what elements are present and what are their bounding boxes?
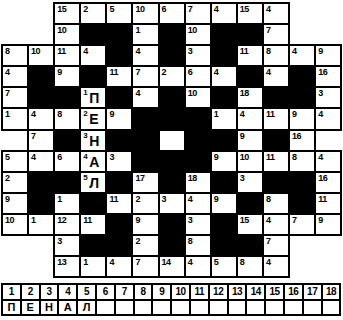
clue-number: 9	[214, 152, 219, 163]
strip-letter-cell-11[interactable]	[190, 300, 209, 316]
clue-number: 18	[240, 88, 249, 99]
outside-area	[289, 3, 315, 24]
clue-number: 17	[135, 173, 144, 184]
numbered-cell-4-r7c1[interactable]: 4	[28, 151, 54, 172]
numbered-cell-8-r11c7[interactable]: 8	[185, 235, 211, 256]
clue-number: 11	[266, 109, 275, 120]
black-block-r1c9	[237, 24, 263, 45]
clue-number: 14	[162, 257, 171, 268]
black-block-r7c6	[159, 151, 185, 172]
clue-number: 3	[83, 131, 87, 140]
numbered-cell-10-r2c1[interactable]: 10	[28, 45, 54, 66]
black-block-r2c4	[106, 45, 132, 66]
numbered-cell-8-r2c0[interactable]: 8	[2, 45, 28, 66]
numbered-cell-11-r10c3[interactable]: 11	[80, 214, 106, 235]
clue-number: 6	[57, 152, 62, 163]
numbered-cell-16-r6c11[interactable]: 16	[289, 130, 315, 151]
black-block-r2c8	[211, 45, 237, 66]
numbered-cell-4-r5c9[interactable]: 4	[237, 108, 263, 129]
numbered-cell-15-r0c9[interactable]: 15	[237, 3, 263, 24]
clue-number: 5	[83, 173, 87, 182]
black-block-r5c7	[185, 108, 211, 129]
numbered-cell-9-r2c12[interactable]: 9	[315, 45, 341, 66]
black-block-r8c1	[28, 172, 54, 193]
strip-number-18: 18	[322, 284, 341, 300]
clue-number: 15	[240, 4, 249, 15]
black-block-r7c5	[132, 151, 158, 172]
black-block-r6c7	[185, 130, 211, 151]
strip-letter-cell-2[interactable]: Е	[21, 300, 40, 316]
numbered-cell-2-r3c6[interactable]: 2	[159, 66, 185, 87]
outside-area	[28, 256, 54, 277]
numbered-cell-4-r5c1[interactable]: 4	[28, 108, 54, 129]
strip-number-5: 5	[77, 284, 96, 300]
numbered-cell-16-r3c12[interactable]: 16	[315, 66, 341, 87]
numbered-cell-8-r2c10[interactable]: 8	[263, 45, 289, 66]
keyword-key-strip: 123456789101112131415161718ПЕНАЛ	[2, 284, 340, 315]
outside-area	[289, 235, 315, 256]
black-block-r6c2	[54, 130, 80, 151]
numbered-cell-3-r11c2[interactable]: 3	[54, 235, 80, 256]
clue-number: 4	[266, 215, 271, 226]
clue-number: 1	[214, 109, 219, 120]
clue-number: 11	[109, 194, 118, 205]
black-block-r5c6	[159, 108, 185, 129]
numbered-cell-4-r2c11[interactable]: 4	[289, 45, 315, 66]
outside-area	[28, 24, 54, 45]
clue-number: 8	[266, 194, 271, 205]
clue-number: 11	[57, 46, 66, 57]
clue-number: 10	[188, 88, 197, 99]
black-block-r8c10	[263, 172, 289, 193]
clue-number: 1	[31, 215, 36, 226]
numbered-cell-3-r4c12[interactable]: 3	[315, 87, 341, 108]
outside-area	[289, 24, 315, 45]
black-block-r9c1	[28, 193, 54, 214]
outside-area	[289, 256, 315, 277]
clue-number: 4	[318, 109, 323, 120]
numbered-cell-3-r10c7[interactable]: 3	[185, 214, 211, 235]
strip-number-15: 15	[265, 284, 284, 300]
clue-number: 5	[5, 152, 10, 163]
numbered-cell-4-r12c7[interactable]: 4	[185, 256, 211, 277]
numbered-cell-4-r2c5[interactable]: 4	[132, 45, 158, 66]
black-block-r1c4	[106, 24, 132, 45]
letter-cell-П-r4c3[interactable]: 1П	[80, 87, 106, 108]
clue-number: 4	[318, 152, 323, 163]
clue-number: 3	[240, 173, 245, 184]
black-block-r8c2	[54, 172, 80, 193]
black-block-r11c8	[211, 235, 237, 256]
clue-number: 5	[109, 4, 114, 15]
cell-letter: П	[89, 91, 99, 106]
clue-number: 2	[83, 4, 88, 15]
strip-letter-cell-1[interactable]: П	[2, 300, 21, 316]
black-block-r11c3	[80, 235, 106, 256]
clue-number: 7	[188, 4, 193, 15]
black-block-r3c9	[237, 66, 263, 87]
clue-number: 18	[188, 173, 197, 184]
clue-number: 10	[135, 4, 144, 15]
strip-number-3: 3	[40, 284, 59, 300]
clue-number: 4	[266, 4, 271, 15]
numbered-cell-7-r10c11[interactable]: 7	[289, 214, 315, 235]
cell-letter: А	[89, 155, 99, 170]
numbered-cell-9-r10c12[interactable]: 9	[315, 214, 341, 235]
black-block-r1c8	[211, 24, 237, 45]
clue-number: 8	[57, 109, 62, 120]
numbered-cell-4-r0c10[interactable]: 4	[263, 3, 289, 24]
clue-number: 11	[83, 215, 92, 226]
numbered-cell-4-r4c5[interactable]: 4	[132, 87, 158, 108]
numbered-cell-1-r5c8[interactable]: 1	[211, 108, 237, 129]
strip-number-12: 12	[209, 284, 228, 300]
numbered-cell-11-r5c10[interactable]: 11	[263, 108, 289, 129]
clue-number: 16	[318, 173, 327, 184]
clue-number: 7	[31, 131, 36, 142]
numbered-cell-6-r0c6[interactable]: 6	[159, 3, 185, 24]
clue-number: 2	[162, 67, 167, 78]
numbered-cell-9-r5c11[interactable]: 9	[289, 108, 315, 129]
numbered-cell-10-r1c2[interactable]: 10	[54, 24, 80, 45]
clue-number: 15	[57, 4, 66, 15]
numbered-cell-4-r5c12[interactable]: 4	[315, 108, 341, 129]
black-block-r10c8	[211, 214, 237, 235]
clue-number: 7	[266, 236, 271, 247]
clue-number: 13	[57, 257, 66, 268]
numbered-cell-6-r7c2[interactable]: 6	[54, 151, 80, 172]
clue-number: 8	[188, 236, 193, 247]
clue-number: 6	[162, 4, 167, 15]
cell-letter: Н	[89, 134, 99, 149]
clue-number: 6	[188, 67, 193, 78]
numbered-cell-15-r10c9[interactable]: 15	[237, 214, 263, 235]
black-block-r9c3	[80, 193, 106, 214]
cell-letter: Л	[89, 176, 99, 191]
strip-number-9: 9	[152, 284, 171, 300]
numbered-cell-10-r7c9[interactable]: 10	[237, 151, 263, 172]
strip-letter-cell-12[interactable]	[209, 300, 228, 316]
strip-number-8: 8	[134, 284, 153, 300]
strip-number-10: 10	[171, 284, 190, 300]
numbered-cell-11-r2c9[interactable]: 11	[237, 45, 263, 66]
numbered-cell-2-r11c5[interactable]: 2	[132, 235, 158, 256]
numbered-cell-2-r9c5[interactable]: 2	[132, 193, 158, 214]
strip-number-16: 16	[284, 284, 303, 300]
outside-area	[315, 3, 341, 24]
clue-number: 7	[135, 257, 140, 268]
numbered-cell-11-r9c12[interactable]: 11	[315, 193, 341, 214]
numbered-cell-12-r10c2[interactable]: 12	[54, 214, 80, 235]
clue-number: 4	[31, 109, 36, 120]
outside-area	[28, 3, 54, 24]
black-block-r4c10	[263, 87, 289, 108]
numbered-cell-7-r0c7[interactable]: 7	[185, 3, 211, 24]
clue-number: 11	[240, 46, 249, 57]
numbered-cell-11-r9c4[interactable]: 11	[106, 193, 132, 214]
black-block-r1c3	[80, 24, 106, 45]
clue-number: 2	[135, 194, 140, 205]
clue-number: 4	[188, 257, 193, 268]
numbered-cell-9-r7c8[interactable]: 9	[211, 151, 237, 172]
numbered-cell-7-r11c10[interactable]: 7	[263, 235, 289, 256]
outside-area	[2, 256, 28, 277]
clue-number: 3	[188, 215, 193, 226]
black-block-r1c6	[159, 24, 185, 45]
numbered-cell-3-r7c4[interactable]: 3	[106, 151, 132, 172]
numbered-cell-1-r5c0[interactable]: 1	[2, 108, 28, 129]
clue-number: 1	[135, 25, 140, 36]
black-block-r6c4	[106, 130, 132, 151]
clue-number: 9	[5, 194, 10, 205]
clue-number: 8	[5, 46, 10, 57]
outside-area	[315, 24, 341, 45]
black-block-r3c1	[28, 66, 54, 87]
clue-number: 4	[240, 109, 245, 120]
letter-cell-А-r7c3[interactable]: 4А	[80, 151, 106, 172]
clue-number: 4	[31, 152, 36, 163]
numbered-cell-15-r0c2[interactable]: 15	[54, 3, 80, 24]
numbered-cell-4-r3c10[interactable]: 4	[263, 66, 289, 87]
strip-number-7: 7	[115, 284, 134, 300]
black-block-r10c4	[106, 214, 132, 235]
black-block-r4c1	[28, 87, 54, 108]
clue-number: 4	[109, 257, 114, 268]
strip-letter-cell-4[interactable]: А	[58, 300, 77, 316]
strip-letter-cell-10[interactable]	[171, 300, 190, 316]
clue-number: 7	[266, 25, 271, 36]
black-block-r6c8	[211, 130, 237, 151]
black-block-r4c4	[106, 87, 132, 108]
clue-number: 1	[57, 194, 62, 205]
black-block-r7c7	[185, 151, 211, 172]
clue-number: 4	[214, 67, 219, 78]
clue-number: 10	[5, 215, 14, 226]
numbered-cell-16-r8c12[interactable]: 16	[315, 172, 341, 193]
numbered-cell-1-r10c1[interactable]: 1	[28, 214, 54, 235]
numbered-cell-5-r7c0[interactable]: 5	[2, 151, 28, 172]
clue-number: 2	[5, 173, 10, 184]
strip-number-6: 6	[96, 284, 115, 300]
clue-number: 3	[162, 194, 167, 205]
clue-number: 3	[318, 88, 323, 99]
numbered-cell-7-r1c10[interactable]: 7	[263, 24, 289, 45]
strip-letter-cell-15[interactable]	[265, 300, 284, 316]
black-block-r3c11	[289, 66, 315, 87]
numbered-cell-1-r1c5[interactable]: 1	[132, 24, 158, 45]
clue-number: 12	[57, 215, 66, 226]
numbered-cell-3-r2c7[interactable]: 3	[185, 45, 211, 66]
strip-letter-cell-6[interactable]	[96, 300, 115, 316]
letter-cell-Е-r5c3[interactable]: 2Е	[80, 108, 106, 129]
clue-number: 11	[318, 194, 327, 205]
numbered-cell-5-r12c8[interactable]: 5	[211, 256, 237, 277]
numbered-cell-4-r10c10[interactable]: 4	[263, 214, 289, 235]
clue-number: 9	[214, 194, 219, 205]
black-block-r8c11	[289, 172, 315, 193]
strip-letter-cell-14[interactable]	[246, 300, 265, 316]
numbered-cell-2-r0c3[interactable]: 2	[80, 3, 106, 24]
numbered-cell-10-r10c0[interactable]: 10	[2, 214, 28, 235]
black-block-r8c8	[211, 172, 237, 193]
center-empty-cell	[159, 130, 185, 151]
black-block-r10c6	[159, 214, 185, 235]
black-block-r4c8	[211, 87, 237, 108]
black-block-r11c4	[106, 235, 132, 256]
clue-number: 4	[188, 194, 193, 205]
letter-cell-Н-r6c3[interactable]: 3Н	[80, 130, 106, 151]
clue-number: 4	[135, 46, 140, 57]
clue-number: 8	[292, 152, 297, 163]
clue-number: 9	[57, 67, 62, 78]
black-block-r5c5	[132, 108, 158, 129]
black-block-r11c9	[237, 235, 263, 256]
numbered-cell-1-r9c2[interactable]: 1	[54, 193, 80, 214]
numbered-cell-10-r0c5[interactable]: 10	[132, 3, 158, 24]
clue-number: 9	[135, 215, 140, 226]
strip-number-11: 11	[190, 284, 209, 300]
outside-area	[2, 130, 28, 151]
clue-number: 15	[240, 215, 249, 226]
numbered-cell-11-r3c4[interactable]: 11	[106, 66, 132, 87]
strip-letter-cell-17[interactable]	[303, 300, 322, 316]
clue-number: 4	[83, 46, 88, 57]
black-block-r6c5	[132, 130, 158, 151]
numbered-cell-17-r8c5[interactable]: 17	[132, 172, 158, 193]
crossword-grid: 1525106741541011078101144311849491172644…	[2, 3, 341, 277]
numbered-cell-7-r3c5[interactable]: 7	[132, 66, 158, 87]
black-block-r11c6	[159, 235, 185, 256]
outside-area	[28, 235, 54, 256]
clue-number: 10	[188, 25, 197, 36]
strip-letter-cell-3[interactable]: Н	[40, 300, 59, 316]
numbered-cell-7-r12c5[interactable]: 7	[132, 256, 158, 277]
black-block-r8c6	[159, 172, 185, 193]
clue-number: 10	[240, 152, 249, 163]
strip-letter-cell-16[interactable]	[284, 300, 303, 316]
keyword-puzzle-page: { "game": "keyword_crossword", "keyword"…	[0, 0, 343, 320]
numbered-cell-1-r12c3[interactable]: 1	[80, 256, 106, 277]
numbered-cell-9-r9c8[interactable]: 9	[211, 193, 237, 214]
numbered-cell-4-r12c10[interactable]: 4	[263, 256, 289, 277]
clue-number: 4	[266, 257, 271, 268]
numbered-cell-4-r12c4[interactable]: 4	[106, 256, 132, 277]
clue-number: 4	[135, 88, 140, 99]
black-block-r9c11	[289, 193, 315, 214]
numbered-cell-2-r8c0[interactable]: 2	[2, 172, 28, 193]
black-block-r2c6	[159, 45, 185, 66]
clue-number: 11	[109, 67, 118, 78]
clue-number: 4	[266, 67, 271, 78]
numbered-cell-4-r3c8[interactable]: 4	[211, 66, 237, 87]
clue-number: 4	[214, 4, 219, 15]
clue-number: 9	[109, 109, 114, 120]
numbered-cell-9-r10c5[interactable]: 9	[132, 214, 158, 235]
numbered-cell-9-r5c4[interactable]: 9	[106, 108, 132, 129]
numbered-cell-11-r7c10[interactable]: 11	[263, 151, 289, 172]
black-block-r4c11	[289, 87, 315, 108]
numbered-cell-18-r4c9[interactable]: 18	[237, 87, 263, 108]
black-block-r9c9	[237, 193, 263, 214]
strip-number-1: 1	[2, 284, 21, 300]
clue-number: 8	[266, 46, 271, 57]
numbered-cell-18-r8c7[interactable]: 18	[185, 172, 211, 193]
black-block-r6c10	[263, 130, 289, 151]
numbered-cell-8-r12c9[interactable]: 8	[237, 256, 263, 277]
strip-letter-cell-13[interactable]	[228, 300, 247, 316]
black-block-r8c4	[106, 172, 132, 193]
cell-letter: Е	[89, 112, 98, 127]
numbered-cell-4-r7c12[interactable]: 4	[315, 151, 341, 172]
clue-number: 8	[240, 257, 245, 268]
black-block-r4c2	[54, 87, 80, 108]
numbered-cell-3-r9c6[interactable]: 3	[159, 193, 185, 214]
clue-number: 4	[5, 67, 10, 78]
numbered-cell-4-r2c3[interactable]: 4	[80, 45, 106, 66]
outside-area	[2, 235, 28, 256]
clue-number: 3	[188, 46, 193, 57]
strip-letter-cell-8[interactable]	[134, 300, 153, 316]
clue-number: 2	[135, 236, 140, 247]
strip-letter-cell-9[interactable]	[152, 300, 171, 316]
numbered-cell-8-r9c10[interactable]: 8	[263, 193, 289, 214]
clue-number: 9	[240, 131, 245, 142]
numbered-cell-10-r1c7[interactable]: 10	[185, 24, 211, 45]
black-block-r3c3	[80, 66, 106, 87]
numbered-cell-13-r12c2[interactable]: 13	[54, 256, 80, 277]
numbered-cell-10-r4c7[interactable]: 10	[185, 87, 211, 108]
outside-area	[315, 256, 341, 277]
numbered-cell-7-r6c1[interactable]: 7	[28, 130, 54, 151]
outside-area	[315, 235, 341, 256]
clue-number: 10	[31, 46, 40, 57]
numbered-cell-3-r8c9[interactable]: 3	[237, 172, 263, 193]
clue-number: 16	[318, 67, 327, 78]
strip-letter-cell-18[interactable]	[322, 300, 341, 316]
clue-number: 1	[83, 257, 88, 268]
numbered-cell-14-r12c6[interactable]: 14	[159, 256, 185, 277]
numbered-cell-4-r3c0[interactable]: 4	[2, 66, 28, 87]
outside-area	[315, 130, 341, 151]
numbered-cell-9-r6c9[interactable]: 9	[237, 130, 263, 151]
numbered-cell-9-r9c0[interactable]: 9	[2, 193, 28, 214]
strip-letter-cell-5[interactable]: Л	[77, 300, 96, 316]
numbered-cell-8-r7c11[interactable]: 8	[289, 151, 315, 172]
letter-cell-Л-r8c3[interactable]: 5Л	[80, 172, 106, 193]
clue-number: 9	[318, 215, 323, 226]
strip-number-13: 13	[228, 284, 247, 300]
numbered-cell-11-r2c2[interactable]: 11	[54, 45, 80, 66]
strip-number-4: 4	[58, 284, 77, 300]
clue-number: 1	[83, 88, 87, 97]
clue-number: 3	[57, 236, 62, 247]
strip-letter-cell-7[interactable]	[115, 300, 134, 316]
clue-number: 11	[266, 152, 275, 163]
numbered-cell-4-r9c7[interactable]: 4	[185, 193, 211, 214]
clue-number: 9	[318, 46, 323, 57]
numbered-cell-5-r0c4[interactable]: 5	[106, 3, 132, 24]
numbered-cell-7-r4c0[interactable]: 7	[2, 87, 28, 108]
numbered-cell-6-r3c7[interactable]: 6	[185, 66, 211, 87]
clue-number: 7	[5, 88, 10, 99]
strip-number-17: 17	[303, 284, 322, 300]
numbered-cell-4-r0c8[interactable]: 4	[211, 3, 237, 24]
strip-number-14: 14	[246, 284, 265, 300]
clue-number: 4	[83, 152, 87, 161]
clue-number: 4	[292, 46, 297, 57]
numbered-cell-9-r3c2[interactable]: 9	[54, 66, 80, 87]
numbered-cell-8-r5c2[interactable]: 8	[54, 108, 80, 129]
